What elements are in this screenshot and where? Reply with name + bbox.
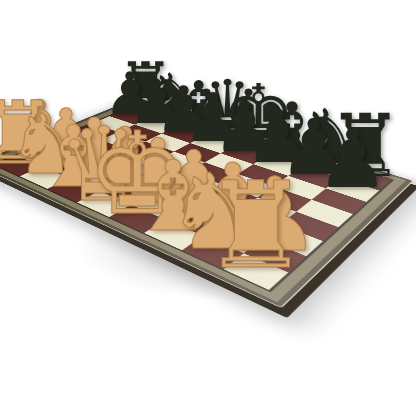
white-rook-h1: ♜ xyxy=(202,166,309,286)
chess-set-photo: ♜♞♝♛♚♝♞♜♟♟♟♟♟♟♟♟♟♟♟♟♟♟♟♟♜♞♝♛♚♝♞♜ xyxy=(0,0,416,416)
black-pawn-h7: ♟ xyxy=(316,118,389,199)
pieces-layer: ♜♞♝♛♚♝♞♜♟♟♟♟♟♟♟♟♟♟♟♟♟♟♟♟♜♞♝♛♚♝♞♜ xyxy=(0,0,416,416)
